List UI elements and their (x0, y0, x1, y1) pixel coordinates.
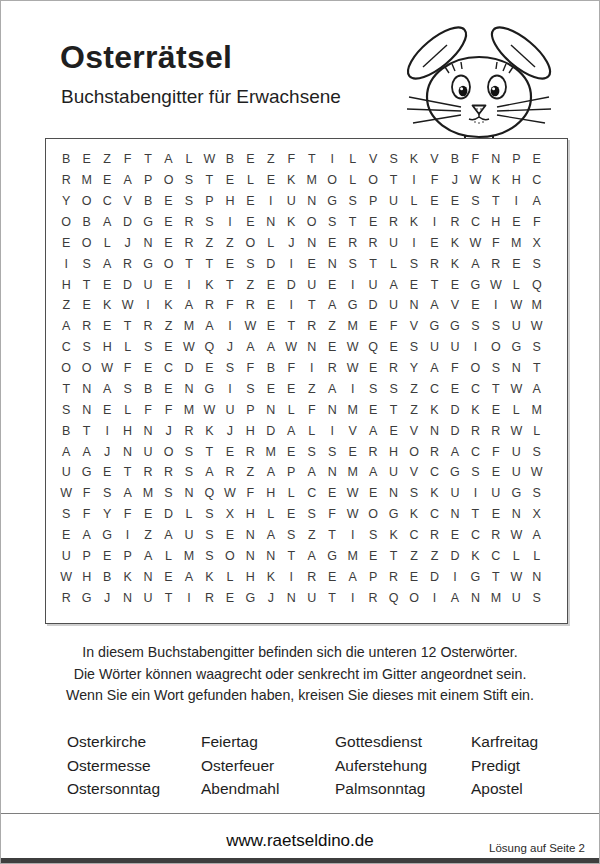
grid-cell-r4c11: N (261, 212, 281, 233)
grid-cell-r18c2: F (76, 504, 96, 525)
grid-cell-r7c12: D (281, 274, 301, 295)
grid-cell-r15c22: F (486, 441, 506, 462)
grid-cell-r4c1: O (56, 212, 76, 233)
grid-cell-r9c15: M (342, 316, 362, 337)
grid-cell-r7c4: D (117, 274, 137, 295)
grid-cell-r2c1: R (56, 170, 76, 191)
grid-cell-r20c9: O (220, 545, 240, 566)
grid-cell-r2c22: K (486, 170, 506, 191)
grid-cell-r3c2: O (76, 191, 96, 212)
grid-cell-r13c22: E (486, 399, 506, 420)
grid-cell-r7c14: E (322, 274, 342, 295)
grid-cell-r2c17: T (383, 170, 403, 191)
grid-cell-r18c10: H (240, 504, 260, 525)
grid-cell-r18c13: S (302, 504, 322, 525)
grid-cell-r10c14: E (322, 337, 342, 358)
grid-cell-r4c17: R (383, 212, 403, 233)
grid-cell-r4c13: O (302, 212, 322, 233)
grid-cell-r22c13: U (302, 587, 322, 608)
grid-cell-r1c15: L (342, 149, 362, 170)
grid-cell-r9c18: V (404, 316, 424, 337)
grid-cell-r11c13: I (302, 358, 322, 379)
grid-cell-r1c16: V (363, 149, 383, 170)
grid-cell-r20c7: M (179, 545, 199, 566)
grid-cell-r22c8: R (199, 587, 219, 608)
grid-cell-r21c9: L (220, 566, 240, 587)
grid-cell-r12c7: N (179, 378, 199, 399)
grid-cell-r13c7: M (179, 399, 199, 420)
grid-cell-r16c5: R (138, 462, 158, 483)
grid-cell-r12c11: E (261, 378, 281, 399)
grid-cell-r11c14: R (322, 358, 342, 379)
easter-bunny-icon (403, 13, 555, 141)
grid-cell-r7c24: Q (527, 274, 547, 295)
grid-cell-r22c18: O (404, 587, 424, 608)
grid-cell-r5c8: Z (199, 232, 219, 253)
grid-cell-r10c17: E (383, 337, 403, 358)
grid-cell-r12c18: Z (404, 378, 424, 399)
grid-cell-r7c8: K (199, 274, 219, 295)
grid-cell-r15c13: S (302, 441, 322, 462)
grid-cell-r19c3: G (97, 525, 117, 546)
word-list-item: Palmsonntag (335, 777, 427, 801)
grid-cell-r13c20: D (445, 399, 465, 420)
grid-cell-r5c7: R (179, 232, 199, 253)
grid-cell-r11c11: B (261, 358, 281, 379)
grid-cell-r1c22: N (486, 149, 506, 170)
grid-cell-r20c2: P (76, 545, 96, 566)
grid-cell-r11c6: C (158, 358, 178, 379)
grid-cell-r18c15: W (342, 504, 362, 525)
grid-cell-r21c10: H (240, 566, 260, 587)
grid-cell-r15c16: R (363, 441, 383, 462)
word-list-item: Gottesdienst (335, 730, 427, 754)
grid-cell-r11c21: O (465, 358, 485, 379)
grid-cell-r2c21: W (465, 170, 485, 191)
grid-cell-r2c19: F (424, 170, 444, 191)
grid-cell-r5c15: R (342, 232, 362, 253)
page-title: Osterrätsel (60, 39, 232, 76)
grid-cell-r22c12: N (281, 587, 301, 608)
grid-cell-r11c16: E (363, 358, 383, 379)
grid-cell-r10c5: S (138, 337, 158, 358)
grid-cell-r6c18: S (404, 253, 424, 274)
grid-cell-r12c16: S (363, 378, 383, 399)
grid-cell-r15c9: E (220, 441, 240, 462)
grid-cell-r20c12: T (281, 545, 301, 566)
grid-cell-r5c2: O (76, 232, 96, 253)
grid-cell-r3c14: G (322, 191, 342, 212)
grid-cell-r18c7: L (179, 504, 199, 525)
grid-cell-r13c2: N (76, 399, 96, 420)
grid-cell-r3c16: P (363, 191, 383, 212)
grid-cell-r9c16: E (363, 316, 383, 337)
grid-cell-r8c7: A (179, 295, 199, 316)
grid-cell-r22c2: G (76, 587, 96, 608)
grid-cell-r12c17: S (383, 378, 403, 399)
grid-cell-r6c2: S (76, 253, 96, 274)
grid-cell-r15c4: N (117, 441, 137, 462)
grid-cell-r20c10: N (240, 545, 260, 566)
footer-divider (1, 813, 599, 814)
grid-cell-r1c12: F (281, 149, 301, 170)
grid-cell-r15c20: A (445, 441, 465, 462)
grid-cell-r22c15: I (342, 587, 362, 608)
grid-cell-r15c5: U (138, 441, 158, 462)
grid-cell-r12c24: A (527, 378, 547, 399)
grid-cell-r4c16: E (363, 212, 383, 233)
grid-cell-r3c15: S (342, 191, 362, 212)
grid-cell-r14c9: J (220, 420, 240, 441)
grid-cell-r2c9: E (220, 170, 240, 191)
grid-cell-r18c3: Y (97, 504, 117, 525)
grid-cell-r6c22: R (486, 253, 506, 274)
grid-cell-r21c3: B (97, 566, 117, 587)
grid-cell-r19c11: A (261, 525, 281, 546)
grid-cell-r10c21: I (465, 337, 485, 358)
grid-cell-r12c22: T (486, 378, 506, 399)
grid-cell-r21c6: E (158, 566, 178, 587)
grid-cell-r11c22: S (486, 358, 506, 379)
grid-cell-r1c11: Z (261, 149, 281, 170)
grid-cell-r22c7: I (179, 587, 199, 608)
grid-cell-r16c8: A (199, 462, 219, 483)
grid-cell-r13c4: L (117, 399, 137, 420)
grid-cell-r18c19: C (424, 504, 444, 525)
grid-cell-r17c5: M (138, 483, 158, 504)
grid-cell-r9c7: M (179, 316, 199, 337)
grid-cell-r9c24: W (527, 316, 547, 337)
grid-cell-r4c23: E (506, 212, 526, 233)
grid-cell-r21c21: G (465, 566, 485, 587)
grid-cell-r2c13: M (302, 170, 322, 191)
grid-cell-r10c6: E (158, 337, 178, 358)
grid-cell-r11c8: E (199, 358, 219, 379)
grid-cell-r9c10: W (240, 316, 260, 337)
grid-cell-r10c23: G (506, 337, 526, 358)
grid-cell-r2c14: O (322, 170, 342, 191)
grid-cell-r4c14: S (322, 212, 342, 233)
grid-cell-r15c7: S (179, 441, 199, 462)
grid-cell-r3c1: Y (56, 191, 76, 212)
grid-cell-r4c5: G (138, 212, 158, 233)
grid-cell-r14c10: H (240, 420, 260, 441)
grid-cell-r4c22: H (486, 212, 506, 233)
grid-cell-r19c17: K (383, 525, 403, 546)
grid-cell-r8c24: M (527, 295, 547, 316)
grid-cell-r22c6: T (158, 587, 178, 608)
grid-cell-r19c18: C (404, 525, 424, 546)
grid-cell-r16c10: Z (240, 462, 260, 483)
grid-cell-r12c21: C (465, 378, 485, 399)
page-bottom-edge (1, 858, 599, 863)
grid-cell-r1c20: B (445, 149, 465, 170)
grid-cell-r18c17: G (383, 504, 403, 525)
grid-cell-r18c20: N (445, 504, 465, 525)
grid-cell-r20c6: L (158, 545, 178, 566)
grid-cell-r17c22: U (486, 483, 506, 504)
grid-cell-r6c11: D (261, 253, 281, 274)
grid-cell-r8c5: I (138, 295, 158, 316)
grid-cell-r13c11: N (261, 399, 281, 420)
grid-cell-r13c10: P (240, 399, 260, 420)
grid-cell-r2c24: C (527, 170, 547, 191)
grid-cell-r5c10: O (240, 232, 260, 253)
grid-cell-r19c10: N (240, 525, 260, 546)
grid-cell-r21c23: W (506, 566, 526, 587)
grid-cell-r17c24: S (527, 483, 547, 504)
grid-cell-r1c5: T (138, 149, 158, 170)
grid-cell-r16c20: G (445, 462, 465, 483)
grid-cell-r18c8: S (199, 504, 219, 525)
grid-cell-r8c15: G (342, 295, 362, 316)
grid-cell-r11c19: A (424, 358, 444, 379)
word-list-item: Osterkirche (67, 730, 160, 754)
grid-cell-r1c21: F (465, 149, 485, 170)
grid-cell-r15c19: R (424, 441, 444, 462)
grid-cell-r9c19: G (424, 316, 444, 337)
grid-cell-r9c5: R (138, 316, 158, 337)
grid-cell-r2c7: S (179, 170, 199, 191)
grid-cell-r6c21: A (465, 253, 485, 274)
grid-cell-r6c20: K (445, 253, 465, 274)
grid-cell-r19c2: A (76, 525, 96, 546)
grid-cell-r5c21: W (465, 232, 485, 253)
grid-cell-r12c4: S (117, 378, 137, 399)
word-list-column: KarfreitagPredigtApostel (471, 730, 538, 801)
grid-cell-r9c4: T (117, 316, 137, 337)
grid-cell-r13c21: K (465, 399, 485, 420)
grid-cell-r11c4: F (117, 358, 137, 379)
grid-cell-r20c23: L (506, 545, 526, 566)
grid-cell-r5c23: M (506, 232, 526, 253)
grid-cell-r17c6: S (158, 483, 178, 504)
grid-cell-r5c22: F (486, 232, 506, 253)
grid-cell-r4c2: B (76, 212, 96, 233)
grid-cell-r20c1: U (56, 545, 76, 566)
grid-cell-r16c14: N (322, 462, 342, 483)
grid-cell-r4c15: T (342, 212, 362, 233)
grid-cell-r1c23: P (506, 149, 526, 170)
grid-cell-r21c11: K (261, 566, 281, 587)
grid-cell-r18c9: X (220, 504, 240, 525)
grid-cell-r22c9: E (220, 587, 240, 608)
grid-cell-r17c1: W (56, 483, 76, 504)
grid-cell-r19c24: A (527, 525, 547, 546)
grid-cell-r2c18: I (404, 170, 424, 191)
grid-cell-r15c8: T (199, 441, 219, 462)
grid-cell-r4c3: A (97, 212, 117, 233)
grid-cell-r12c1: T (56, 378, 76, 399)
grid-cell-r8c10: R (240, 295, 260, 316)
grid-cell-r1c14: I (322, 149, 342, 170)
grid-cell-r22c14: T (322, 587, 342, 608)
grid-cell-r5c12: J (281, 232, 301, 253)
grid-cell-r3c7: S (179, 191, 199, 212)
grid-cell-r15c12: E (281, 441, 301, 462)
grid-cell-r2c16: O (363, 170, 383, 191)
grid-cell-r7c17: A (383, 274, 403, 295)
grid-cell-r17c21: I (465, 483, 485, 504)
grid-cell-r12c15: I (342, 378, 362, 399)
grid-cell-r7c1: H (56, 274, 76, 295)
grid-cell-r19c8: S (199, 525, 219, 546)
grid-cell-r20c19: Z (424, 545, 444, 566)
grid-cell-r3c10: E (240, 191, 260, 212)
grid-cell-r5c20: K (445, 232, 465, 253)
grid-cell-r16c7: S (179, 462, 199, 483)
grid-cell-r12c2: N (76, 378, 96, 399)
grid-cell-r10c18: S (404, 337, 424, 358)
grid-cell-r17c4: A (117, 483, 137, 504)
grid-cell-r18c18: K (404, 504, 424, 525)
word-list-item: Apostel (471, 777, 538, 801)
grid-cell-r21c4: K (117, 566, 137, 587)
grid-cell-r18c6: D (158, 504, 178, 525)
grid-cell-r22c10: G (240, 587, 260, 608)
grid-cell-r2c3: E (97, 170, 117, 191)
grid-cell-r18c1: S (56, 504, 76, 525)
grid-cell-r10c7: W (179, 337, 199, 358)
grid-cell-r8c2: E (76, 295, 96, 316)
grid-cell-r17c11: H (261, 483, 281, 504)
grid-cell-r19c7: U (179, 525, 199, 546)
grid-cell-r11c5: E (138, 358, 158, 379)
grid-cell-r5c9: Z (220, 232, 240, 253)
grid-cell-r17c17: N (383, 483, 403, 504)
grid-cell-r3c13: N (302, 191, 322, 212)
grid-cell-r9c1: A (56, 316, 76, 337)
grid-cell-r9c17: F (383, 316, 403, 337)
grid-cell-r7c20: E (445, 274, 465, 295)
grid-cell-r3c22: T (486, 191, 506, 212)
puzzle-page: Osterrätsel Buchstabengitter für Erwachs… (0, 0, 600, 864)
grid-cell-r21c14: E (322, 566, 342, 587)
grid-cell-r19c14: T (322, 525, 342, 546)
grid-cell-r20c20: D (445, 545, 465, 566)
word-list-item: Osterfeuer (201, 754, 279, 778)
grid-cell-r4c21: C (465, 212, 485, 233)
grid-cell-r16c9: R (220, 462, 240, 483)
grid-cell-r17c14: E (322, 483, 342, 504)
grid-cell-r14c12: A (281, 420, 301, 441)
grid-cell-r10c22: O (486, 337, 506, 358)
grid-cell-r16c4: T (117, 462, 137, 483)
grid-cell-r6c8: T (199, 253, 219, 274)
grid-cell-r13c17: T (383, 399, 403, 420)
grid-cell-r20c17: T (383, 545, 403, 566)
grid-cell-r13c1: S (56, 399, 76, 420)
grid-cell-r6c12: I (281, 253, 301, 274)
grid-cell-r4c24: F (527, 212, 547, 233)
grid-cell-r15c14: S (322, 441, 342, 462)
grid-cell-r14c23: W (506, 420, 526, 441)
grid-cell-r21c18: E (404, 566, 424, 587)
grid-cell-r17c12: L (281, 483, 301, 504)
grid-cell-r7c6: E (158, 274, 178, 295)
grid-cell-r1c19: V (424, 149, 444, 170)
grid-cell-r8c22: I (486, 295, 506, 316)
page-subtitle: Buchstabengitter für Erwachsene (61, 86, 341, 108)
grid-cell-r13c13: F (302, 399, 322, 420)
grid-cell-r7c16: U (363, 274, 383, 295)
grid-cell-r5c4: J (117, 232, 137, 253)
grid-cell-r2c15: L (342, 170, 362, 191)
grid-cell-r14c3: I (97, 420, 117, 441)
grid-cell-r4c18: K (404, 212, 424, 233)
grid-cell-r12c13: Z (302, 378, 322, 399)
grid-cell-r11c12: F (281, 358, 301, 379)
grid-cell-r17c13: C (302, 483, 322, 504)
grid-cell-r16c12: P (281, 462, 301, 483)
solution-note: Lösung auf Seite 2 (489, 842, 585, 854)
grid-cell-r2c6: O (158, 170, 178, 191)
grid-cell-r7c2: T (76, 274, 96, 295)
grid-cell-r6c16: T (363, 253, 383, 274)
grid-cell-r18c16: O (363, 504, 383, 525)
grid-cell-r20c3: E (97, 545, 117, 566)
grid-cell-r9c3: E (97, 316, 117, 337)
grid-cell-r5c3: L (97, 232, 117, 253)
grid-cell-r9c20: G (445, 316, 465, 337)
grid-cell-r16c18: V (404, 462, 424, 483)
grid-cell-r8c1: Z (56, 295, 76, 316)
grid-cell-r5c19: E (424, 232, 444, 253)
grid-cell-r8c18: N (404, 295, 424, 316)
grid-cell-r16c6: R (158, 462, 178, 483)
grid-cell-r21c24: N (527, 566, 547, 587)
grid-cell-r2c11: E (261, 170, 281, 191)
grid-cell-r13c23: L (506, 399, 526, 420)
grid-cell-r6c5: G (138, 253, 158, 274)
grid-cell-r13c19: K (424, 399, 444, 420)
grid-cell-r10c9: J (220, 337, 240, 358)
grid-cell-r19c5: Z (138, 525, 158, 546)
word-list-item: Predigt (471, 754, 538, 778)
grid-cell-r6c24: S (527, 253, 547, 274)
grid-cell-r2c5: P (138, 170, 158, 191)
grid-cell-r21c22: T (486, 566, 506, 587)
grid-cell-r13c8: W (199, 399, 219, 420)
grid-cell-r13c12: L (281, 399, 301, 420)
grid-cell-r10c3: H (97, 337, 117, 358)
grid-cell-r5c13: N (302, 232, 322, 253)
grid-cell-r7c13: U (302, 274, 322, 295)
grid-cell-r8c8: R (199, 295, 219, 316)
grid-cell-r21c1: W (56, 566, 76, 587)
grid-cell-r12c8: G (199, 378, 219, 399)
grid-cell-r19c9: E (220, 525, 240, 546)
grid-cell-r19c20: E (445, 525, 465, 546)
grid-cell-r20c21: K (465, 545, 485, 566)
grid-cell-r4c8: S (199, 212, 219, 233)
grid-cell-r4c6: E (158, 212, 178, 233)
grid-cell-r18c23: N (506, 504, 526, 525)
grid-cell-r7c3: E (97, 274, 117, 295)
grid-cell-r13c15: M (342, 399, 362, 420)
grid-cell-r8c14: A (322, 295, 342, 316)
grid-cell-r1c13: T (302, 149, 322, 170)
grid-cell-r3c18: L (404, 191, 424, 212)
grid-cell-r6c9: E (220, 253, 240, 274)
grid-cell-r11c15: W (342, 358, 362, 379)
grid-cell-r13c3: E (97, 399, 117, 420)
grid-cell-r6c14: N (322, 253, 342, 274)
word-list-item: Ostersonntag (67, 777, 160, 801)
grid-cell-r17c2: F (76, 483, 96, 504)
grid-cell-r1c6: A (158, 149, 178, 170)
word-list-column: OsterkircheOstermesseOstersonntag (67, 730, 160, 801)
